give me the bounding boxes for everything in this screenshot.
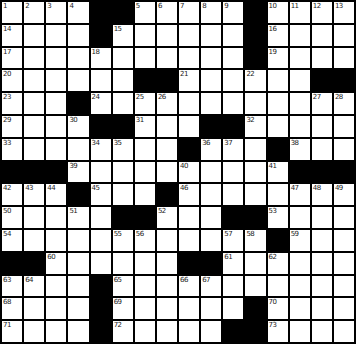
grid-cell[interactable] [334,48,354,69]
clue-number: 30 [69,116,77,124]
grid-cell[interactable] [201,298,221,319]
clue-number: 13 [335,2,343,10]
grid-cell[interactable] [68,276,88,297]
grid-cell[interactable]: 24 [91,93,111,114]
black-cell [135,70,155,91]
grid-cell[interactable] [290,48,310,69]
grid-cell[interactable]: 34 [91,139,111,160]
grid-cell[interactable] [245,276,265,297]
black-cell [135,207,155,228]
grid-cell[interactable]: 46 [179,184,199,205]
grid-cell[interactable] [334,253,354,274]
clue-number: 17 [3,48,11,56]
clue-number: 44 [47,184,55,192]
grid-cell[interactable] [245,253,265,274]
grid-cell[interactable]: 65 [113,276,133,297]
grid-cell[interactable]: 20 [2,70,22,91]
clue-number: 42 [3,184,11,192]
grid-cell[interactable] [201,70,221,91]
grid-cell[interactable] [24,321,44,342]
grid-cell[interactable] [46,207,66,228]
grid-cell[interactable] [24,25,44,46]
grid-cell[interactable] [312,253,332,274]
clue-number: 54 [3,230,11,238]
clue-number: 43 [25,184,33,192]
grid-cell[interactable]: 57 [223,230,243,251]
clue-number: 35 [114,139,122,147]
grid-cell[interactable] [223,276,243,297]
grid-cell[interactable]: 50 [2,207,22,228]
grid-cell[interactable]: 59 [290,230,310,251]
clue-number: 66 [180,276,188,284]
clue-number: 49 [335,184,343,192]
clue-number: 48 [313,184,321,192]
clue-number: 73 [269,321,277,329]
clue-number: 64 [25,276,33,284]
grid-cell[interactable] [223,70,243,91]
grid-cell[interactable] [46,116,66,137]
black-cell [245,2,265,23]
grid-cell[interactable] [46,25,66,46]
grid-cell[interactable]: 51 [68,207,88,228]
grid-cell[interactable] [245,162,265,183]
grid-cell[interactable] [268,276,288,297]
grid-cell[interactable]: 10 [268,2,288,23]
grid-cell[interactable] [135,48,155,69]
black-cell [312,70,332,91]
grid-cell[interactable] [135,321,155,342]
grid-cell[interactable] [91,207,111,228]
grid-cell[interactable] [91,230,111,251]
clue-number: 10 [269,2,277,10]
clue-number: 3 [47,2,51,10]
grid-cell[interactable] [46,93,66,114]
grid-cell[interactable]: 6 [157,2,177,23]
grid-cell[interactable]: 32 [245,116,265,137]
grid-cell[interactable]: 7 [179,2,199,23]
black-cell [68,93,88,114]
clue-number: 18 [92,48,100,56]
grid-cell[interactable]: 16 [268,25,288,46]
grid-cell[interactable] [201,230,221,251]
clue-number: 1 [3,2,7,10]
grid-cell[interactable] [68,25,88,46]
grid-cell[interactable]: 58 [245,230,265,251]
grid-cell[interactable] [245,139,265,160]
clue-number: 68 [3,298,11,306]
black-cell [157,184,177,205]
clue-number: 40 [180,162,188,170]
grid-cell[interactable] [179,25,199,46]
grid-cell[interactable] [135,139,155,160]
clue-number: 32 [246,116,254,124]
grid-cell[interactable] [113,93,133,114]
grid-cell[interactable] [290,70,310,91]
black-cell [201,116,221,137]
grid-cell[interactable]: 55 [113,230,133,251]
black-cell [24,162,44,183]
grid-cell[interactable] [268,93,288,114]
grid-cell[interactable] [312,321,332,342]
grid-cell[interactable] [24,230,44,251]
grid-cell[interactable]: 38 [290,139,310,160]
grid-cell[interactable] [290,93,310,114]
grid-cell[interactable] [312,276,332,297]
grid-cell[interactable]: 71 [2,321,22,342]
grid-cell[interactable]: 19 [268,48,288,69]
clue-number: 31 [136,116,144,124]
clue-number: 58 [246,230,254,238]
black-cell [113,207,133,228]
grid-cell[interactable] [157,230,177,251]
grid-cell[interactable] [46,230,66,251]
grid-cell[interactable] [157,276,177,297]
clue-number: 29 [3,116,11,124]
grid-cell[interactable] [223,298,243,319]
grid-cell[interactable]: 15 [113,25,133,46]
grid-cell[interactable] [157,321,177,342]
grid-cell[interactable] [46,48,66,69]
black-cell [223,116,243,137]
grid-cell[interactable] [46,70,66,91]
black-cell [334,70,354,91]
grid-cell[interactable] [46,321,66,342]
clue-number: 37 [224,139,232,147]
black-cell [91,25,111,46]
grid-cell[interactable] [157,253,177,274]
black-cell [245,298,265,319]
grid-cell[interactable]: 8 [201,2,221,23]
grid-cell[interactable]: 25 [135,93,155,114]
grid-cell[interactable] [201,93,221,114]
grid-cell[interactable] [334,321,354,342]
grid-cell[interactable]: 60 [46,253,66,274]
grid-cell[interactable] [179,230,199,251]
grid-cell[interactable] [312,230,332,251]
clue-number: 72 [114,321,122,329]
grid-cell[interactable] [135,253,155,274]
grid-cell[interactable] [179,321,199,342]
clue-number: 55 [114,230,122,238]
black-cell [91,116,111,137]
grid-cell[interactable]: 9 [223,2,243,23]
grid-cell[interactable] [334,25,354,46]
grid-cell[interactable] [268,116,288,137]
grid-cell[interactable] [312,207,332,228]
grid-cell[interactable] [312,139,332,160]
grid-cell[interactable]: 49 [334,184,354,205]
clue-number: 6 [158,2,162,10]
grid-cell[interactable]: 48 [312,184,332,205]
grid-cell[interactable]: 68 [2,298,22,319]
grid-cell[interactable]: 12 [312,2,332,23]
grid-cell[interactable] [334,139,354,160]
grid-cell[interactable]: 31 [135,116,155,137]
grid-cell[interactable] [113,253,133,274]
grid-cell[interactable] [268,70,288,91]
grid-cell[interactable] [68,48,88,69]
black-cell [290,162,310,183]
clue-number: 56 [136,230,144,238]
crossword-page: 1234567891011121314151617181920212223242… [0,0,356,344]
grid-cell[interactable]: 36 [201,139,221,160]
black-cell [223,321,243,342]
grid-cell[interactable]: 41 [268,162,288,183]
grid-cell[interactable] [334,230,354,251]
grid-cell[interactable]: 23 [2,93,22,114]
black-cell [245,321,265,342]
grid-cell[interactable] [135,276,155,297]
grid-cell[interactable] [68,321,88,342]
clue-number: 5 [136,2,140,10]
grid-cell[interactable] [223,25,243,46]
clue-number: 67 [202,276,210,284]
black-cell [2,162,22,183]
clue-number: 2 [25,2,29,10]
grid-cell[interactable] [24,93,44,114]
clue-number: 15 [114,25,122,33]
grid-cell[interactable]: 53 [268,207,288,228]
black-cell [91,321,111,342]
grid-cell[interactable]: 42 [2,184,22,205]
grid-cell[interactable] [290,321,310,342]
grid-cell[interactable]: 21 [179,70,199,91]
grid-cell[interactable] [179,207,199,228]
grid-cell[interactable]: 33 [2,139,22,160]
grid-cell[interactable] [201,321,221,342]
clue-number: 57 [224,230,232,238]
grid-cell[interactable] [312,25,332,46]
grid-cell[interactable]: 52 [157,207,177,228]
grid-cell[interactable]: 47 [290,184,310,205]
grid-cell[interactable] [290,276,310,297]
grid-cell[interactable]: 28 [334,93,354,114]
black-cell [68,184,88,205]
grid-cell[interactable]: 29 [2,116,22,137]
grid-cell[interactable]: 22 [245,70,265,91]
grid-cell[interactable] [91,70,111,91]
grid-cell[interactable]: 40 [179,162,199,183]
grid-cell[interactable] [290,207,310,228]
black-cell [157,70,177,91]
grid-cell[interactable] [290,298,310,319]
grid-cell[interactable] [135,298,155,319]
grid-cell[interactable]: 62 [268,253,288,274]
grid-cell[interactable] [24,116,44,137]
grid-cell[interactable] [113,48,133,69]
grid-cell[interactable] [201,184,221,205]
grid-cell[interactable] [24,48,44,69]
clue-number: 41 [269,162,277,170]
grid-cell[interactable] [201,162,221,183]
grid-cell[interactable] [223,184,243,205]
clue-number: 47 [291,184,299,192]
grid-cell[interactable]: 72 [113,321,133,342]
grid-cell[interactable] [201,48,221,69]
grid-cell[interactable] [223,162,243,183]
black-cell [91,276,111,297]
grid-cell[interactable] [334,116,354,137]
grid-cell[interactable]: 64 [24,276,44,297]
grid-cell[interactable] [46,298,66,319]
grid-cell[interactable] [68,230,88,251]
black-cell [91,2,111,23]
grid-cell[interactable] [24,139,44,160]
grid-cell[interactable] [245,93,265,114]
grid-cell[interactable] [113,70,133,91]
clue-number: 27 [313,93,321,101]
grid-cell[interactable] [312,48,332,69]
clue-number: 65 [114,276,122,284]
grid-cell[interactable]: 67 [201,276,221,297]
grid-cell[interactable] [46,139,66,160]
grid-cell[interactable] [113,162,133,183]
grid-cell[interactable]: 66 [179,276,199,297]
grid-cell[interactable]: 30 [68,116,88,137]
clue-number: 20 [3,70,11,78]
clue-number: 19 [269,48,277,56]
grid-cell[interactable] [24,298,44,319]
grid-cell[interactable] [68,298,88,319]
grid-cell[interactable] [334,276,354,297]
grid-cell[interactable]: 63 [2,276,22,297]
grid-cell[interactable]: 1 [2,2,22,23]
black-cell [113,116,133,137]
clue-number: 62 [269,253,277,261]
grid-cell[interactable]: 39 [68,162,88,183]
black-cell [24,253,44,274]
grid-cell[interactable]: 5 [135,2,155,23]
grid-cell[interactable] [179,48,199,69]
grid-cell[interactable] [135,184,155,205]
grid-cell[interactable]: 61 [223,253,243,274]
grid-cell[interactable] [312,298,332,319]
clue-number: 39 [69,162,77,170]
grid-cell[interactable]: 17 [2,48,22,69]
grid-cell[interactable]: 14 [2,25,22,46]
black-cell [179,253,199,274]
clue-number: 45 [92,184,100,192]
grid-cell[interactable]: 4 [68,2,88,23]
grid-cell[interactable]: 37 [223,139,243,160]
grid-cell[interactable]: 11 [290,2,310,23]
grid-cell[interactable] [91,253,111,274]
grid-cell[interactable] [245,184,265,205]
clue-number: 11 [291,2,299,10]
grid-cell[interactable]: 18 [91,48,111,69]
clue-number: 24 [92,93,100,101]
clue-number: 7 [180,2,184,10]
grid-cell[interactable] [179,298,199,319]
grid-cell[interactable] [46,276,66,297]
grid-cell[interactable] [179,93,199,114]
grid-cell[interactable] [312,116,332,137]
grid-cell[interactable]: 56 [135,230,155,251]
grid-cell[interactable] [157,48,177,69]
clue-number: 53 [269,207,277,215]
grid-cell[interactable] [113,184,133,205]
crossword-grid: 1234567891011121314151617181920212223242… [0,0,356,344]
clue-number: 46 [180,184,188,192]
grid-cell[interactable] [91,162,111,183]
black-cell [46,162,66,183]
grid-cell[interactable] [157,25,177,46]
grid-cell[interactable] [223,93,243,114]
grid-cell[interactable]: 2 [24,2,44,23]
clue-number: 26 [158,93,166,101]
clue-number: 34 [92,139,100,147]
grid-cell[interactable] [223,48,243,69]
black-cell [245,207,265,228]
grid-cell[interactable] [334,298,354,319]
grid-cell[interactable]: 27 [312,93,332,114]
grid-cell[interactable]: 54 [2,230,22,251]
black-cell [268,230,288,251]
grid-cell[interactable] [201,207,221,228]
clue-number: 52 [158,207,166,215]
grid-cell[interactable] [201,25,221,46]
grid-cell[interactable] [157,139,177,160]
grid-cell[interactable] [24,70,44,91]
clue-number: 33 [3,139,11,147]
grid-cell[interactable] [268,184,288,205]
grid-cell[interactable] [68,139,88,160]
clue-number: 59 [291,230,299,238]
grid-cell[interactable] [135,25,155,46]
grid-cell[interactable] [179,116,199,137]
grid-cell[interactable] [157,298,177,319]
grid-cell[interactable] [334,207,354,228]
black-cell [245,48,265,69]
grid-cell[interactable]: 70 [268,298,288,319]
grid-cell[interactable]: 26 [157,93,177,114]
clue-number: 70 [269,298,277,306]
grid-cell[interactable] [135,162,155,183]
grid-cell[interactable]: 44 [46,184,66,205]
grid-cell[interactable]: 69 [113,298,133,319]
clue-number: 9 [224,2,228,10]
grid-cell[interactable] [157,116,177,137]
clue-number: 60 [47,253,55,261]
clue-number: 14 [3,25,11,33]
clue-number: 21 [180,70,188,78]
clue-number: 16 [269,25,277,33]
grid-cell[interactable]: 73 [268,321,288,342]
grid-cell[interactable]: 3 [46,2,66,23]
grid-cell[interactable]: 13 [334,2,354,23]
grid-cell[interactable] [68,70,88,91]
clue-number: 50 [3,207,11,215]
clue-number: 36 [202,139,210,147]
grid-cell[interactable] [290,253,310,274]
grid-cell[interactable]: 43 [24,184,44,205]
grid-cell[interactable] [157,162,177,183]
clue-number: 38 [291,139,299,147]
clue-number: 61 [224,253,232,261]
black-cell [312,162,332,183]
black-cell [179,139,199,160]
grid-cell[interactable] [290,116,310,137]
grid-cell[interactable]: 45 [91,184,111,205]
grid-cell[interactable]: 35 [113,139,133,160]
grid-cell[interactable] [68,253,88,274]
black-cell [334,162,354,183]
grid-cell[interactable] [290,25,310,46]
clue-number: 12 [313,2,321,10]
black-cell [268,139,288,160]
grid-cell[interactable] [24,207,44,228]
clue-number: 4 [69,2,73,10]
